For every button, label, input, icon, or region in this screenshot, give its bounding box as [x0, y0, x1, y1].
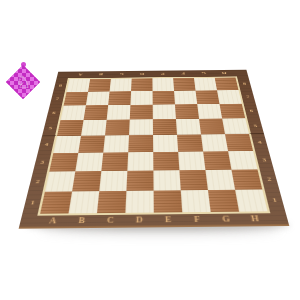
square-d1[interactable]	[125, 191, 153, 213]
fold-seam-right	[250, 133, 264, 134]
knight-icon: ♘	[6, 65, 40, 99]
chessboard-perspective: ABCDEFGH ABCDEFGH 87654321 87654321	[41, 23, 265, 247]
square-b5[interactable]	[81, 120, 107, 136]
square-b6[interactable]	[84, 105, 109, 120]
square-b4[interactable]	[78, 136, 105, 153]
square-h7[interactable]	[217, 90, 242, 104]
square-a7[interactable]	[64, 92, 88, 106]
square-f6[interactable]	[175, 104, 199, 119]
square-g4[interactable]	[201, 134, 228, 151]
square-g6[interactable]	[197, 104, 222, 119]
square-h8[interactable]	[215, 77, 239, 90]
square-a8[interactable]	[67, 79, 91, 92]
fold-seam-left	[42, 135, 56, 136]
square-c1[interactable]	[97, 191, 126, 213]
square-e6[interactable]	[153, 104, 176, 119]
square-e7[interactable]	[153, 91, 175, 105]
square-b8[interactable]	[88, 79, 111, 92]
square-c7[interactable]	[108, 91, 131, 105]
square-h6[interactable]	[219, 104, 245, 119]
square-e1[interactable]	[154, 190, 183, 212]
square-d4[interactable]	[128, 135, 153, 152]
square-d6[interactable]	[130, 105, 153, 120]
square-f7[interactable]	[174, 91, 197, 105]
square-f5[interactable]	[176, 119, 201, 135]
square-h5[interactable]	[222, 118, 249, 134]
square-d2[interactable]	[126, 170, 153, 190]
square-h2[interactable]	[231, 169, 262, 189]
square-c5[interactable]	[105, 119, 130, 135]
chessboard-frame: ABCDEFGH ABCDEFGH 87654321 87654321	[19, 70, 290, 229]
square-h1[interactable]	[235, 189, 267, 211]
square-h4[interactable]	[225, 134, 253, 151]
square-f3[interactable]	[178, 152, 205, 171]
square-a3[interactable]	[49, 153, 78, 172]
square-g1[interactable]	[208, 190, 239, 212]
square-g5[interactable]	[199, 119, 225, 135]
square-g8[interactable]	[194, 78, 217, 91]
square-c3[interactable]	[101, 152, 128, 171]
square-d5[interactable]	[129, 119, 153, 135]
square-a6[interactable]	[60, 105, 85, 120]
squares	[40, 77, 267, 213]
square-e2[interactable]	[153, 170, 180, 190]
square-g2[interactable]	[205, 170, 235, 190]
square-d3[interactable]	[127, 152, 153, 171]
square-e5[interactable]	[153, 119, 177, 135]
square-a4[interactable]	[53, 136, 81, 153]
square-h3[interactable]	[228, 151, 257, 170]
square-f8[interactable]	[173, 78, 195, 91]
square-a2[interactable]	[45, 171, 75, 191]
square-e4[interactable]	[153, 135, 178, 152]
vendor-logo: ♘	[6, 62, 40, 100]
square-e8[interactable]	[152, 78, 174, 91]
square-f2[interactable]	[179, 170, 208, 190]
square-d8[interactable]	[131, 78, 152, 91]
square-g3[interactable]	[203, 151, 231, 170]
square-c4[interactable]	[103, 135, 129, 152]
product-photo: ♘ ABCDEFGH ABCDEFGH 87654321 87654321	[0, 0, 300, 300]
square-a1[interactable]	[40, 191, 72, 213]
square-b7[interactable]	[86, 91, 110, 105]
square-c6[interactable]	[107, 105, 131, 120]
square-c2[interactable]	[99, 171, 127, 191]
square-a5[interactable]	[57, 120, 84, 136]
square-b1[interactable]	[69, 191, 100, 213]
square-b3[interactable]	[75, 153, 103, 172]
square-f1[interactable]	[181, 190, 211, 212]
square-d7[interactable]	[130, 91, 152, 105]
square-g7[interactable]	[196, 90, 220, 104]
square-f4[interactable]	[177, 134, 203, 151]
maple-inlay-line	[37, 76, 270, 215]
square-c8[interactable]	[110, 79, 132, 92]
square-e3[interactable]	[153, 152, 179, 171]
square-b2[interactable]	[72, 171, 101, 191]
